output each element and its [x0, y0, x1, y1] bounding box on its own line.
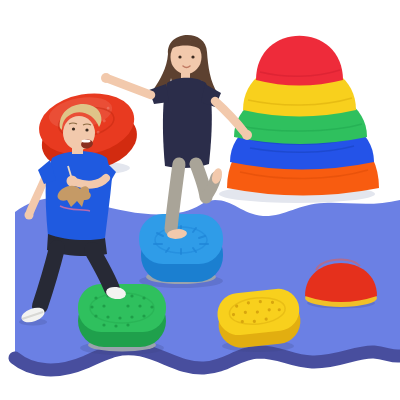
girl-left-arm [109, 79, 151, 95]
boy-right-hand [67, 176, 78, 187]
scene-canvas [0, 0, 400, 400]
product-photo [0, 0, 400, 400]
boy-left-hand [25, 211, 34, 220]
blue-stone [139, 214, 223, 284]
girl-left-leg [171, 164, 179, 229]
blue-stone-top [139, 214, 223, 264]
girl-left-hand [101, 73, 111, 83]
girl-right-hand [242, 130, 252, 140]
stack-layer-red [256, 36, 343, 86]
stacked-stone-set [227, 36, 379, 196]
